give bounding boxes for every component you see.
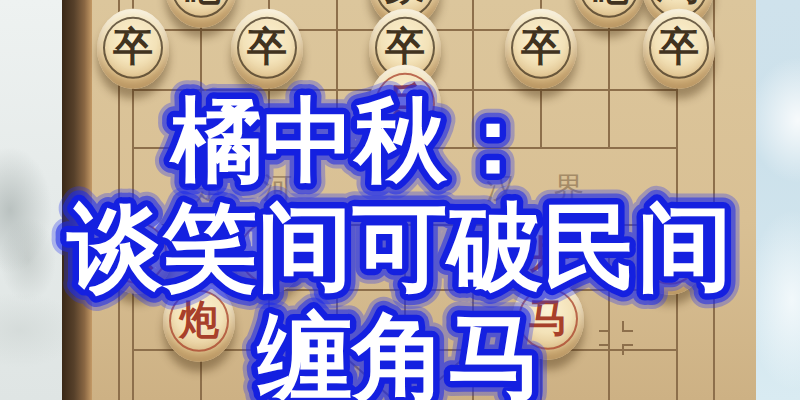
headline-overlay: 橘中秋： 橘中秋： 橘中秋： 橘中秋： 谈笑间可破民间 谈笑间可破民间 谈笑间可… (0, 0, 800, 400)
thumbnail-stage: 楚河 汉界 砲象砲馬卒卒卒卒卒兵兵兵兵兵炮马 橘中秋： 橘中秋： 橘中秋： 橘中… (0, 0, 800, 400)
headline-line1: 橘中秋： (169, 87, 539, 194)
headline-line3: 缠角马 (257, 302, 543, 400)
headline-line2: 谈笑间可破民间 (66, 192, 733, 302)
